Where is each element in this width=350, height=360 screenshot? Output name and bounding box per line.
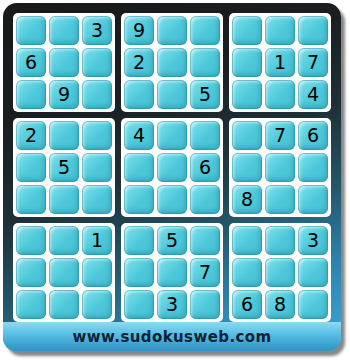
cell-r4c3[interactable] — [82, 121, 112, 150]
cell-r8c3[interactable] — [82, 258, 112, 287]
cell-r6c1[interactable] — [16, 185, 46, 214]
given-digit: 2 — [133, 53, 145, 72]
box-3-1: 1 — [13, 223, 115, 322]
given-digit: 2 — [25, 126, 37, 145]
cell-r3c4[interactable] — [124, 80, 154, 109]
cell-r3c2[interactable]: 9 — [49, 80, 79, 109]
cell-r9c8[interactable]: 8 — [265, 290, 295, 319]
cell-r4c9[interactable]: 6 — [298, 121, 328, 150]
footer-band: www.sudokusweb.com — [3, 322, 341, 351]
cell-r5c2[interactable]: 5 — [49, 153, 79, 182]
sudoku-grid: 36992517425467681573368 — [3, 3, 341, 322]
given-digit: 6 — [199, 158, 211, 177]
cell-r9c1[interactable] — [16, 290, 46, 319]
cell-r9c2[interactable] — [49, 290, 79, 319]
sudoku-board: 36992517425467681573368 www.sudokusweb.c… — [3, 3, 341, 351]
given-digit: 5 — [166, 231, 178, 250]
cell-r6c6[interactable] — [190, 185, 220, 214]
cell-r1c1[interactable] — [16, 16, 46, 45]
box-3-2: 573 — [121, 223, 223, 322]
cell-r5c4[interactable] — [124, 153, 154, 182]
cell-r8c1[interactable] — [16, 258, 46, 287]
cell-r2c9[interactable]: 7 — [298, 48, 328, 77]
given-digit: 8 — [274, 295, 286, 314]
given-digit: 4 — [307, 85, 319, 104]
cell-r8c9[interactable] — [298, 258, 328, 287]
box-2-2: 46 — [121, 118, 223, 217]
box-1-1: 369 — [13, 13, 115, 112]
cell-r6c5[interactable] — [157, 185, 187, 214]
given-digit: 6 — [25, 53, 37, 72]
given-digit: 8 — [241, 190, 253, 209]
cell-r1c5[interactable] — [157, 16, 187, 45]
cell-r7c3[interactable]: 1 — [82, 226, 112, 255]
cell-r9c7[interactable]: 6 — [232, 290, 262, 319]
cell-r8c4[interactable] — [124, 258, 154, 287]
cell-r4c4[interactable]: 4 — [124, 121, 154, 150]
cell-r2c3[interactable] — [82, 48, 112, 77]
given-digit: 7 — [199, 263, 211, 282]
given-digit: 5 — [58, 158, 70, 177]
cell-r9c5[interactable]: 3 — [157, 290, 187, 319]
box-1-2: 925 — [121, 13, 223, 112]
cell-r5c5[interactable] — [157, 153, 187, 182]
cell-r7c7[interactable] — [232, 226, 262, 255]
cell-r3c6[interactable]: 5 — [190, 80, 220, 109]
cell-r1c7[interactable] — [232, 16, 262, 45]
cell-r1c6[interactable] — [190, 16, 220, 45]
cell-r9c4[interactable] — [124, 290, 154, 319]
cell-r3c1[interactable] — [16, 80, 46, 109]
cell-r9c3[interactable] — [82, 290, 112, 319]
cell-r3c3[interactable] — [82, 80, 112, 109]
cell-r4c5[interactable] — [157, 121, 187, 150]
given-digit: 1 — [91, 231, 103, 250]
cell-r7c6[interactable] — [190, 226, 220, 255]
cell-r6c8[interactable] — [265, 185, 295, 214]
cell-r2c7[interactable] — [232, 48, 262, 77]
cell-r2c5[interactable] — [157, 48, 187, 77]
cell-r7c8[interactable] — [265, 226, 295, 255]
cell-r4c7[interactable] — [232, 121, 262, 150]
cell-r6c2[interactable] — [49, 185, 79, 214]
cell-r9c6[interactable] — [190, 290, 220, 319]
box-2-3: 768 — [229, 118, 331, 217]
box-3-3: 368 — [229, 223, 331, 322]
cell-r4c1[interactable]: 2 — [16, 121, 46, 150]
cell-r8c5[interactable] — [157, 258, 187, 287]
cell-r7c1[interactable] — [16, 226, 46, 255]
cell-r1c3[interactable]: 3 — [82, 16, 112, 45]
cell-r2c1[interactable]: 6 — [16, 48, 46, 77]
given-digit: 6 — [241, 295, 253, 314]
cell-r8c2[interactable] — [49, 258, 79, 287]
cell-r3c5[interactable] — [157, 80, 187, 109]
cell-r5c1[interactable] — [16, 153, 46, 182]
cell-r5c7[interactable] — [232, 153, 262, 182]
cell-r1c4[interactable]: 9 — [124, 16, 154, 45]
box-1-3: 174 — [229, 13, 331, 112]
given-digit: 7 — [274, 126, 286, 145]
given-digit: 3 — [166, 295, 178, 314]
box-2-1: 25 — [13, 118, 115, 217]
cell-r7c5[interactable]: 5 — [157, 226, 187, 255]
cell-r2c6[interactable] — [190, 48, 220, 77]
cell-r2c8[interactable]: 1 — [265, 48, 295, 77]
cell-r9c9[interactable] — [298, 290, 328, 319]
cell-r5c3[interactable] — [82, 153, 112, 182]
given-digit: 4 — [133, 126, 145, 145]
cell-r3c9[interactable]: 4 — [298, 80, 328, 109]
given-digit: 5 — [199, 85, 211, 104]
cell-r5c6[interactable]: 6 — [190, 153, 220, 182]
cell-r7c9[interactable]: 3 — [298, 226, 328, 255]
cell-r4c8[interactable]: 7 — [265, 121, 295, 150]
cell-r8c6[interactable]: 7 — [190, 258, 220, 287]
cell-r7c4[interactable] — [124, 226, 154, 255]
given-digit: 3 — [91, 21, 103, 40]
cell-r2c4[interactable]: 2 — [124, 48, 154, 77]
cell-r6c9[interactable] — [298, 185, 328, 214]
given-digit: 6 — [307, 126, 319, 145]
cell-r5c9[interactable] — [298, 153, 328, 182]
cell-r3c7[interactable] — [232, 80, 262, 109]
cell-r3c8[interactable] — [265, 80, 295, 109]
cell-r1c2[interactable] — [49, 16, 79, 45]
footer-url: www.sudokusweb.com — [72, 328, 271, 346]
given-digit: 9 — [133, 21, 145, 40]
given-digit: 1 — [274, 53, 286, 72]
cell-r4c2[interactable] — [49, 121, 79, 150]
cell-r7c2[interactable] — [49, 226, 79, 255]
given-digit: 3 — [307, 231, 319, 250]
cell-r6c7[interactable]: 8 — [232, 185, 262, 214]
cell-r8c8[interactable] — [265, 258, 295, 287]
cell-r4c6[interactable] — [190, 121, 220, 150]
given-digit: 9 — [58, 85, 70, 104]
cell-r1c8[interactable] — [265, 16, 295, 45]
cell-r8c7[interactable] — [232, 258, 262, 287]
cell-r1c9[interactable] — [298, 16, 328, 45]
cell-r5c8[interactable] — [265, 153, 295, 182]
cell-r6c3[interactable] — [82, 185, 112, 214]
cell-r2c2[interactable] — [49, 48, 79, 77]
cell-r6c4[interactable] — [124, 185, 154, 214]
given-digit: 7 — [307, 53, 319, 72]
